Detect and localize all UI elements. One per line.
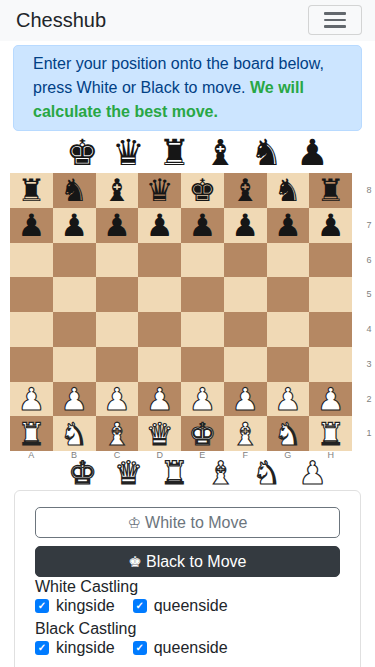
black-queenside-option[interactable]: ✓ queenside [133, 639, 228, 657]
piece-white-bishop: ♝ [231, 417, 259, 451]
palette-white-bishop[interactable]: ♝ [198, 458, 244, 490]
square-d2[interactable]: ♟ [138, 382, 181, 417]
square-h5[interactable] [309, 277, 352, 312]
rank-label-4: 4 [362, 312, 375, 347]
piece-black-rook: ♜ [317, 173, 345, 207]
app-title: Chesshub [16, 9, 106, 32]
piece-black-pawn: ♟ [103, 208, 131, 242]
square-a2[interactable]: ♟ [10, 382, 53, 417]
square-e5[interactable] [181, 277, 224, 312]
square-e1[interactable]: ♚ [181, 416, 224, 451]
square-a5[interactable] [10, 277, 53, 312]
square-e2[interactable]: ♟ [181, 382, 224, 417]
rank-label-3: 3 [362, 347, 375, 382]
rank-label-8: 8 [362, 173, 375, 208]
piece-black-king: ♚ [188, 173, 216, 207]
square-d1[interactable]: ♛ [138, 416, 181, 451]
square-h7[interactable]: ♟ [309, 208, 352, 243]
piece-white-queen: ♛ [146, 417, 174, 451]
square-h3[interactable] [309, 347, 352, 382]
square-f2[interactable]: ♟ [224, 382, 267, 417]
piece-black-rook: ♜ [17, 173, 45, 207]
piece-black-pawn: ♟ [231, 208, 259, 242]
piece-white-bishop: ♝ [103, 417, 131, 451]
piece-white-rook: ♜ [317, 417, 345, 451]
palette-black-bishop[interactable]: ♝ [198, 133, 244, 173]
piece-white-pawn: ♟ [231, 382, 259, 416]
piece-black-pawn: ♟ [17, 208, 45, 242]
square-f1[interactable]: ♝ [224, 416, 267, 451]
square-g3[interactable] [267, 347, 310, 382]
black-piece-palette: ♚♛♜♝♞♟ [10, 133, 375, 173]
piece-white-pawn: ♟ [146, 382, 174, 416]
menu-toggle-button[interactable] [308, 5, 362, 35]
square-b6[interactable] [53, 243, 96, 278]
square-c1[interactable]: ♝ [96, 416, 139, 451]
piece-black-pawn: ♟ [60, 208, 88, 242]
square-b7[interactable]: ♟ [53, 208, 96, 243]
board-area: ♜♞♝♛♚♝♞♜♟♟♟♟♟♟♟♟♟♟♟♟♟♟♟♟♜♞♝♛♚♝♞♜ 8765432… [10, 173, 366, 460]
square-h6[interactable] [309, 243, 352, 278]
square-a8[interactable]: ♜ [10, 173, 53, 208]
square-e8[interactable]: ♚ [181, 173, 224, 208]
square-c8[interactable]: ♝ [96, 173, 139, 208]
black-castling-title: Black Castling [35, 619, 340, 639]
controls-card: ♔White to Move ♚Black to Move White Cast… [14, 490, 361, 667]
rank-label-7: 7 [362, 208, 375, 243]
palette-black-rook[interactable]: ♜ [152, 133, 198, 173]
piece-black-knight: ♞ [274, 173, 302, 207]
piece-black-knight: ♞ [60, 173, 88, 207]
square-d6[interactable] [138, 243, 181, 278]
square-g4[interactable] [267, 312, 310, 347]
palette-black-knight[interactable]: ♞ [244, 133, 290, 173]
piece-white-pawn: ♟ [317, 382, 345, 416]
white-to-move-label: White to Move [145, 514, 247, 531]
white-queenside-option[interactable]: ✓ queenside [133, 597, 228, 615]
palette-white-king[interactable]: ♚ [60, 458, 106, 490]
square-d5[interactable] [138, 277, 181, 312]
square-b3[interactable] [53, 347, 96, 382]
square-c4[interactable] [96, 312, 139, 347]
palette-black-pawn[interactable]: ♟ [290, 133, 336, 173]
piece-black-pawn: ♟ [317, 208, 345, 242]
black-queenside-checkbox[interactable]: ✓ [133, 641, 147, 655]
navbar: Chesshub [0, 0, 375, 41]
check-icon: ✓ [136, 601, 144, 611]
check-icon: ✓ [38, 601, 46, 611]
square-b8[interactable]: ♞ [53, 173, 96, 208]
black-to-move-button[interactable]: ♚Black to Move [35, 546, 340, 577]
palette-white-queen[interactable]: ♛ [106, 458, 152, 490]
square-f8[interactable]: ♝ [224, 173, 267, 208]
square-a4[interactable] [10, 312, 53, 347]
piece-black-bishop: ♝ [103, 173, 131, 207]
square-c2[interactable]: ♟ [96, 382, 139, 417]
square-d7[interactable]: ♟ [138, 208, 181, 243]
white-piece-palette: ♚♛♜♝♞♟ [10, 458, 375, 490]
piece-black-pawn: ♟ [146, 208, 174, 242]
square-c7[interactable]: ♟ [96, 208, 139, 243]
palette-black-king[interactable]: ♚ [60, 133, 106, 173]
hamburger-icon [324, 12, 346, 27]
square-d3[interactable] [138, 347, 181, 382]
piece-black-queen: ♛ [146, 173, 174, 207]
square-c5[interactable] [96, 277, 139, 312]
palette-white-pawn[interactable]: ♟ [290, 458, 336, 490]
piece-white-pawn: ♟ [188, 382, 216, 416]
black-kingside-option[interactable]: ✓ kingside [35, 639, 115, 657]
piece-black-pawn: ♟ [188, 208, 216, 242]
square-f6[interactable] [224, 243, 267, 278]
piece-black-bishop: ♝ [231, 173, 259, 207]
palette-white-rook[interactable]: ♜ [152, 458, 198, 490]
square-f4[interactable] [224, 312, 267, 347]
white-kingside-option[interactable]: ✓ kingside [35, 597, 115, 615]
black-kingside-checkbox[interactable]: ✓ [35, 641, 49, 655]
square-a3[interactable] [10, 347, 53, 382]
white-kingside-label: kingside [56, 597, 115, 615]
black-to-move-label: Black to Move [146, 553, 246, 570]
square-b5[interactable] [53, 277, 96, 312]
square-a1[interactable]: ♜ [10, 416, 53, 451]
piece-white-king: ♚ [188, 417, 216, 451]
piece-white-pawn: ♟ [17, 382, 45, 416]
square-e6[interactable] [181, 243, 224, 278]
square-b2[interactable]: ♟ [53, 382, 96, 417]
square-h8[interactable]: ♜ [309, 173, 352, 208]
square-d8[interactable]: ♛ [138, 173, 181, 208]
rank-label-1: 1 [362, 416, 375, 451]
white-queenside-checkbox[interactable]: ✓ [133, 599, 147, 613]
square-a7[interactable]: ♟ [10, 208, 53, 243]
square-b4[interactable] [53, 312, 96, 347]
piece-white-rook: ♜ [17, 417, 45, 451]
white-to-move-button[interactable]: ♔White to Move [35, 507, 340, 538]
white-castling-title: White Castling [35, 577, 340, 597]
check-icon: ✓ [136, 643, 144, 653]
check-icon: ✓ [38, 643, 46, 653]
square-g1[interactable]: ♞ [267, 416, 310, 451]
instruction-alert: Enter your position onto the board below… [13, 45, 362, 131]
square-g7[interactable]: ♟ [267, 208, 310, 243]
square-f5[interactable] [224, 277, 267, 312]
piece-white-pawn: ♟ [274, 382, 302, 416]
square-e4[interactable] [181, 312, 224, 347]
black-king-icon: ♚ [129, 553, 142, 571]
black-queenside-label: queenside [154, 639, 228, 657]
piece-white-pawn: ♟ [103, 382, 131, 416]
white-king-icon: ♔ [128, 514, 141, 532]
white-castling-options: ✓ kingside ✓ queenside [35, 597, 340, 615]
square-h2[interactable]: ♟ [309, 382, 352, 417]
square-f3[interactable] [224, 347, 267, 382]
square-e7[interactable]: ♟ [181, 208, 224, 243]
rank-label-2: 2 [362, 382, 375, 417]
square-b1[interactable]: ♞ [53, 416, 96, 451]
piece-white-pawn: ♟ [60, 382, 88, 416]
piece-white-knight: ♞ [274, 417, 302, 451]
square-e3[interactable] [181, 347, 224, 382]
black-castling-options: ✓ kingside ✓ queenside [35, 639, 340, 657]
square-g5[interactable] [267, 277, 310, 312]
black-kingside-label: kingside [56, 639, 115, 657]
white-kingside-checkbox[interactable]: ✓ [35, 599, 49, 613]
piece-black-pawn: ♟ [274, 208, 302, 242]
square-g6[interactable] [267, 243, 310, 278]
square-a6[interactable] [10, 243, 53, 278]
square-d4[interactable] [138, 312, 181, 347]
rank-label-6: 6 [362, 243, 375, 278]
square-g8[interactable]: ♞ [267, 173, 310, 208]
square-h4[interactable] [309, 312, 352, 347]
palette-white-knight[interactable]: ♞ [244, 458, 290, 490]
piece-white-knight: ♞ [60, 417, 88, 451]
palette-black-queen[interactable]: ♛ [106, 133, 152, 173]
rank-labels: 87654321 [362, 173, 375, 451]
square-g2[interactable]: ♟ [267, 382, 310, 417]
square-h1[interactable]: ♜ [309, 416, 352, 451]
white-queenside-label: queenside [154, 597, 228, 615]
board: ♜♞♝♛♚♝♞♜♟♟♟♟♟♟♟♟♟♟♟♟♟♟♟♟♜♞♝♛♚♝♞♜ [10, 173, 352, 451]
square-c6[interactable] [96, 243, 139, 278]
square-c3[interactable] [96, 347, 139, 382]
rank-label-5: 5 [362, 277, 375, 312]
square-f7[interactable]: ♟ [224, 208, 267, 243]
